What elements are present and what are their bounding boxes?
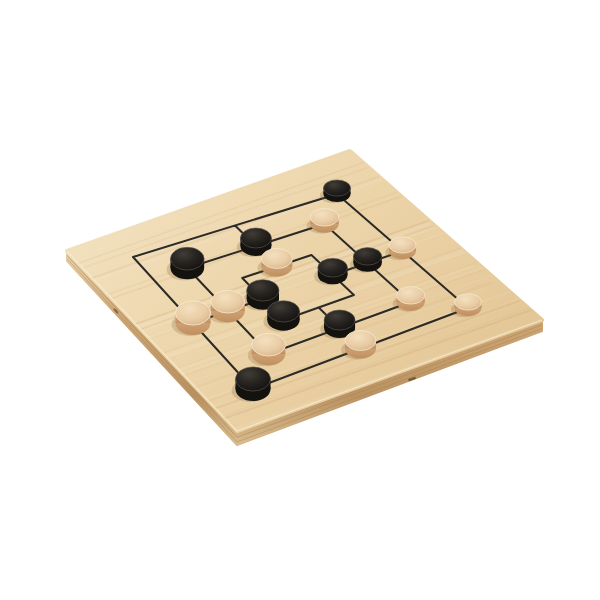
piece-top xyxy=(353,248,381,265)
piece-top xyxy=(252,333,286,356)
point-c5[interactable] xyxy=(301,241,321,261)
piece-top xyxy=(267,301,299,322)
piece-top xyxy=(310,209,338,226)
piece-top xyxy=(396,287,424,304)
piece-top xyxy=(236,367,271,391)
piece-top xyxy=(211,290,245,313)
piece-top xyxy=(455,294,482,310)
piece-top xyxy=(318,258,348,277)
point-a4[interactable] xyxy=(225,212,245,232)
point-e4[interactable] xyxy=(309,294,329,314)
piece-top xyxy=(389,237,416,253)
piece-top xyxy=(176,301,211,325)
point-a1[interactable] xyxy=(123,243,143,263)
piece-top xyxy=(247,280,279,301)
piece-top xyxy=(324,310,355,330)
piece-top xyxy=(324,180,351,196)
piece-top xyxy=(261,249,292,269)
piece-top xyxy=(170,247,204,270)
piece-top xyxy=(345,331,376,351)
nine-mens-morris-board xyxy=(0,0,600,600)
piece-top xyxy=(240,228,271,248)
point-c3[interactable] xyxy=(232,264,252,284)
product-photo-stage xyxy=(0,0,600,600)
point-e5[interactable] xyxy=(344,281,364,301)
